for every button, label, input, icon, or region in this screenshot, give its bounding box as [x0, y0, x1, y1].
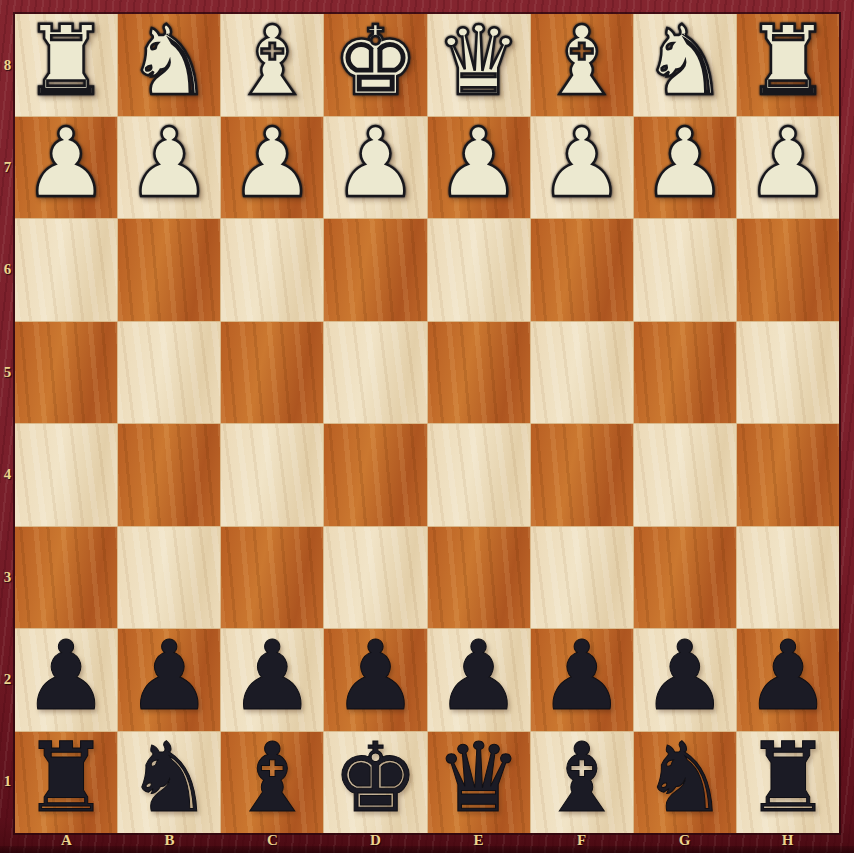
square-b7[interactable]: ♟	[118, 117, 220, 219]
rank-label-1: 1	[0, 731, 15, 833]
white-bishop[interactable]: ♝	[539, 14, 625, 109]
white-pawn[interactable]: ♟	[23, 117, 109, 212]
square-d3[interactable]	[324, 527, 426, 629]
square-h5[interactable]	[737, 322, 839, 424]
file-label-g: G	[633, 833, 736, 848]
square-a4[interactable]	[15, 424, 117, 526]
square-g1[interactable]: ♞	[634, 732, 736, 834]
square-h1[interactable]: ♜	[737, 732, 839, 834]
white-pawn[interactable]: ♟	[229, 117, 315, 212]
square-f5[interactable]	[531, 322, 633, 424]
square-a6[interactable]	[15, 219, 117, 321]
rank-label-4: 4	[0, 424, 15, 526]
square-g3[interactable]	[634, 527, 736, 629]
white-pawn[interactable]: ♟	[126, 117, 212, 212]
file-label-a: A	[15, 833, 118, 848]
rank-labels: 87654321	[0, 14, 15, 833]
chess-board-frame: ♜♞♝♚♛♝♞♜♟♟♟♟♟♟♟♟♟♟♟♟♟♟♟♟♜♞♝♚♛♝♞♜ 8765432…	[0, 0, 854, 853]
square-c2[interactable]: ♟	[221, 629, 323, 731]
file-label-d: D	[324, 833, 427, 848]
white-rook[interactable]: ♜	[23, 14, 109, 109]
white-queen[interactable]: ♛	[436, 14, 522, 109]
black-pawn[interactable]: ♟	[642, 629, 728, 724]
square-d1[interactable]: ♚	[324, 732, 426, 834]
rank-label-8: 8	[0, 14, 15, 116]
square-e2[interactable]: ♟	[428, 629, 530, 731]
white-rook[interactable]: ♜	[745, 14, 831, 109]
square-h6[interactable]	[737, 219, 839, 321]
square-g7[interactable]: ♟	[634, 117, 736, 219]
file-label-f: F	[530, 833, 633, 848]
black-rook[interactable]: ♜	[745, 732, 831, 827]
square-c7[interactable]: ♟	[221, 117, 323, 219]
square-b3[interactable]	[118, 527, 220, 629]
square-d7[interactable]: ♟	[324, 117, 426, 219]
square-c5[interactable]	[221, 322, 323, 424]
black-pawn[interactable]: ♟	[229, 629, 315, 724]
white-knight[interactable]: ♞	[126, 14, 212, 109]
file-label-h: H	[736, 833, 839, 848]
file-labels: ABCDEFGH	[15, 833, 839, 848]
black-pawn[interactable]: ♟	[23, 629, 109, 724]
file-label-c: C	[221, 833, 324, 848]
square-g2[interactable]: ♟	[634, 629, 736, 731]
square-h2[interactable]: ♟	[737, 629, 839, 731]
file-label-e: E	[427, 833, 530, 848]
square-c1[interactable]: ♝	[221, 732, 323, 834]
black-king[interactable]: ♚	[332, 732, 418, 827]
square-b8[interactable]: ♞	[118, 14, 220, 116]
black-knight[interactable]: ♞	[642, 732, 728, 827]
square-f7[interactable]: ♟	[531, 117, 633, 219]
square-a2[interactable]: ♟	[15, 629, 117, 731]
square-d8[interactable]: ♚	[324, 14, 426, 116]
square-a3[interactable]	[15, 527, 117, 629]
rank-label-7: 7	[0, 116, 15, 218]
square-e3[interactable]	[428, 527, 530, 629]
square-c6[interactable]	[221, 219, 323, 321]
square-a8[interactable]: ♜	[15, 14, 117, 116]
square-c8[interactable]: ♝	[221, 14, 323, 116]
square-f2[interactable]: ♟	[531, 629, 633, 731]
square-a5[interactable]	[15, 322, 117, 424]
black-pawn[interactable]: ♟	[436, 629, 522, 724]
white-pawn[interactable]: ♟	[539, 117, 625, 212]
square-d6[interactable]	[324, 219, 426, 321]
rank-label-3: 3	[0, 526, 15, 628]
black-knight[interactable]: ♞	[126, 732, 212, 827]
white-pawn[interactable]: ♟	[436, 117, 522, 212]
square-b2[interactable]: ♟	[118, 629, 220, 731]
chess-board: ♜♞♝♚♛♝♞♜♟♟♟♟♟♟♟♟♟♟♟♟♟♟♟♟♜♞♝♚♛♝♞♜	[15, 14, 839, 833]
black-pawn[interactable]: ♟	[332, 629, 418, 724]
white-pawn[interactable]: ♟	[642, 117, 728, 212]
rank-label-5: 5	[0, 321, 15, 423]
white-pawn[interactable]: ♟	[332, 117, 418, 212]
rank-label-2: 2	[0, 628, 15, 730]
white-bishop[interactable]: ♝	[229, 14, 315, 109]
square-c3[interactable]	[221, 527, 323, 629]
file-label-b: B	[118, 833, 221, 848]
square-d5[interactable]	[324, 322, 426, 424]
square-b4[interactable]	[118, 424, 220, 526]
black-pawn[interactable]: ♟	[745, 629, 831, 724]
black-rook[interactable]: ♜	[23, 732, 109, 827]
square-h4[interactable]	[737, 424, 839, 526]
square-e5[interactable]	[428, 322, 530, 424]
white-knight[interactable]: ♞	[642, 14, 728, 109]
square-a1[interactable]: ♜	[15, 732, 117, 834]
black-pawn[interactable]: ♟	[539, 629, 625, 724]
white-pawn[interactable]: ♟	[745, 117, 831, 212]
square-h3[interactable]	[737, 527, 839, 629]
square-h8[interactable]: ♜	[737, 14, 839, 116]
square-c4[interactable]	[221, 424, 323, 526]
square-h7[interactable]: ♟	[737, 117, 839, 219]
square-e8[interactable]: ♛	[428, 14, 530, 116]
square-f4[interactable]	[531, 424, 633, 526]
square-d2[interactable]: ♟	[324, 629, 426, 731]
square-f8[interactable]: ♝	[531, 14, 633, 116]
square-e7[interactable]: ♟	[428, 117, 530, 219]
square-e6[interactable]	[428, 219, 530, 321]
square-f3[interactable]	[531, 527, 633, 629]
square-b6[interactable]	[118, 219, 220, 321]
square-b1[interactable]: ♞	[118, 732, 220, 834]
square-g5[interactable]	[634, 322, 736, 424]
square-g4[interactable]	[634, 424, 736, 526]
square-b5[interactable]	[118, 322, 220, 424]
rank-label-6: 6	[0, 219, 15, 321]
black-pawn[interactable]: ♟	[126, 629, 212, 724]
square-d4[interactable]	[324, 424, 426, 526]
black-bishop[interactable]: ♝	[539, 732, 625, 827]
black-queen[interactable]: ♛	[436, 732, 522, 827]
square-e1[interactable]: ♛	[428, 732, 530, 834]
black-bishop[interactable]: ♝	[229, 732, 315, 827]
white-king[interactable]: ♚	[332, 14, 418, 109]
square-f6[interactable]	[531, 219, 633, 321]
square-a7[interactable]: ♟	[15, 117, 117, 219]
square-f1[interactable]: ♝	[531, 732, 633, 834]
square-g6[interactable]	[634, 219, 736, 321]
square-e4[interactable]	[428, 424, 530, 526]
square-g8[interactable]: ♞	[634, 14, 736, 116]
